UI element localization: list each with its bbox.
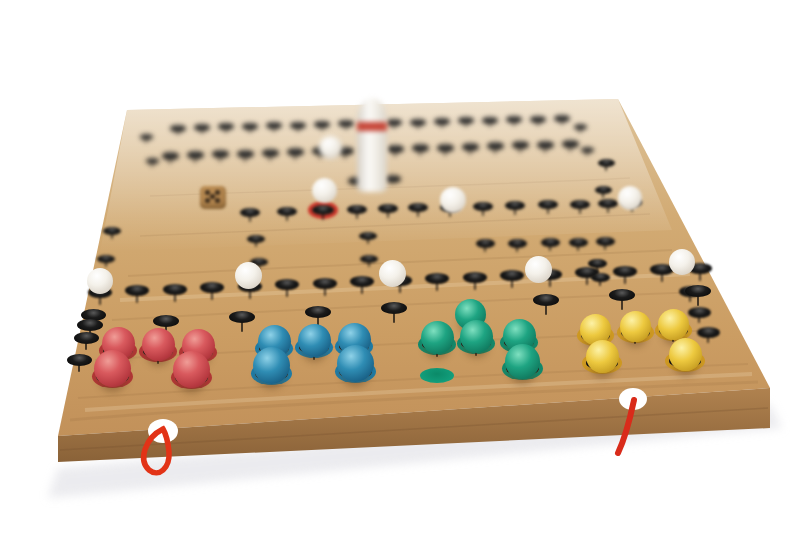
background-haze [100,99,672,252]
board-game-photo: { "game": { "name": "Malefiz / Barricade… [0,0,800,534]
wooden-board [0,0,800,534]
